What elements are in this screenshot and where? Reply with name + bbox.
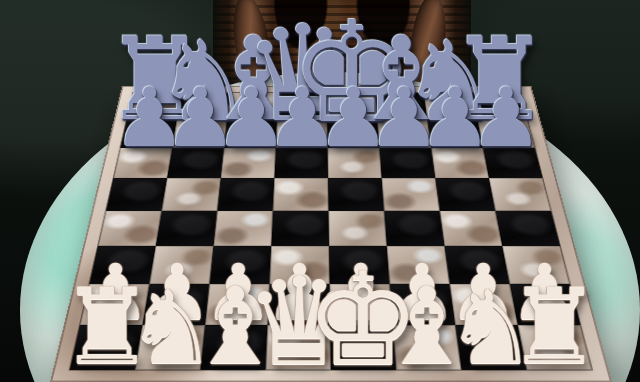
piece-white-rook-h1[interactable]: ♜ xyxy=(502,275,607,380)
pieces-layer: ♜♞♝♛♚♝♞♜♟♟♟♟♟♟♟♟♟♟♟♟♟♟♟♟♜♞♝♛♚♝♞♜ xyxy=(0,0,640,382)
chess-game-scene: ♜♞♝♛♚♝♞♜♟♟♟♟♟♟♟♟♟♟♟♟♟♟♟♟♜♞♝♛♚♝♞♜ xyxy=(0,0,640,382)
piece-black-pawn-h7[interactable]: ♟ xyxy=(465,77,547,159)
